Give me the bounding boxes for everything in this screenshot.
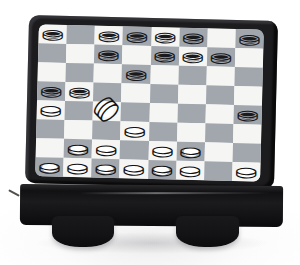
square-r7c7 bbox=[204, 142, 233, 162]
square-r3c4: ⛂ bbox=[122, 64, 151, 84]
square-r4c5 bbox=[149, 84, 178, 104]
square-r8c6: ⛀ bbox=[176, 161, 205, 181]
black-piece: ⛂ bbox=[154, 26, 177, 46]
lego-bottom-tube-right bbox=[176, 216, 239, 247]
square-r4c2: ⛂ bbox=[65, 82, 94, 102]
white-piece: ⛀ bbox=[122, 159, 145, 179]
white-piece: ⛀ bbox=[38, 156, 61, 176]
square-r2c8 bbox=[235, 48, 264, 68]
square-r5c7 bbox=[205, 104, 234, 124]
lego-bottom-tube-left bbox=[52, 216, 114, 247]
white-piece: ⛀ bbox=[66, 157, 89, 177]
black-piece: ⛂ bbox=[126, 26, 149, 46]
square-r4c4 bbox=[121, 83, 150, 103]
square-r2c3: ⛂ bbox=[94, 45, 123, 65]
black-piece: ⛂ bbox=[41, 24, 64, 43]
square-r1c4: ⛂ bbox=[123, 26, 152, 46]
black-piece: ⛂ bbox=[209, 47, 232, 67]
square-r3c5 bbox=[150, 65, 179, 85]
square-r2c5: ⛂ bbox=[150, 46, 179, 66]
square-r2c2 bbox=[66, 44, 95, 64]
lego-tile-top-face: ⛂⛂⛂⛂⛂⛂⛂⛂⛂⛂⛂⛂⛂⛀⛁⛂⛀⛀⛀⛀⛀⛀⛀⛀⛀⛀⛀⛀ bbox=[25, 15, 278, 189]
square-r5c5 bbox=[149, 103, 178, 123]
square-r4c7 bbox=[206, 85, 235, 105]
black-piece: ⛂ bbox=[97, 25, 120, 45]
square-r8c2: ⛀ bbox=[63, 158, 92, 178]
white-piece: ⛀ bbox=[178, 160, 201, 180]
white-piece: ⛀ bbox=[235, 161, 258, 181]
white-piece: ⛀ bbox=[95, 139, 118, 159]
square-r6c1 bbox=[36, 119, 65, 139]
black-piece: ⛂ bbox=[238, 28, 261, 48]
square-r8c1: ⛀ bbox=[35, 157, 64, 177]
photo-artifact-speck bbox=[8, 189, 20, 196]
white-piece: ⛀ bbox=[39, 100, 62, 120]
black-piece: ⛂ bbox=[40, 81, 63, 101]
square-r8c5: ⛀ bbox=[148, 160, 177, 180]
checkerboard-print: ⛂⛂⛂⛂⛂⛂⛂⛂⛂⛂⛂⛂⛂⛀⛁⛂⛀⛀⛀⛀⛀⛀⛀⛀⛀⛀⛀⛀ bbox=[35, 24, 264, 181]
white-piece: ⛀ bbox=[179, 141, 202, 161]
product-photo-scene: ⛂⛂⛂⛂⛂⛂⛂⛂⛂⛂⛂⛂⛂⛀⛁⛂⛀⛀⛀⛀⛀⛀⛀⛀⛀⛀⛀⛀ bbox=[0, 0, 300, 265]
square-r3c6 bbox=[178, 66, 207, 86]
square-r8c8: ⛀ bbox=[232, 162, 261, 182]
square-r2c7: ⛂ bbox=[207, 47, 236, 67]
square-r8c3: ⛀ bbox=[91, 159, 120, 179]
black-piece: ⛂ bbox=[125, 64, 148, 84]
front-edge-highlight bbox=[80, 192, 270, 194]
square-r5c3: ⛁ bbox=[93, 102, 122, 122]
square-r5c6 bbox=[177, 104, 206, 124]
black-piece: ⛂ bbox=[68, 81, 91, 101]
black-piece: ⛂ bbox=[182, 27, 205, 47]
square-r3c3 bbox=[94, 64, 123, 84]
black-piece: ⛂ bbox=[236, 104, 259, 124]
square-r1c1: ⛂ bbox=[38, 24, 67, 44]
square-r6c4: ⛀ bbox=[120, 121, 149, 141]
white-piece: ⛀ bbox=[94, 158, 117, 178]
white-piece: ⛀ bbox=[151, 140, 174, 160]
white-piece: ⛀ bbox=[123, 121, 146, 141]
square-r3c8 bbox=[234, 67, 263, 87]
black-piece: ⛂ bbox=[153, 45, 176, 65]
square-r8c7 bbox=[204, 161, 233, 181]
black-piece: ⛂ bbox=[97, 44, 120, 64]
square-r4c6 bbox=[178, 85, 207, 105]
square-r1c8: ⛂ bbox=[235, 29, 264, 49]
square-r5c1: ⛀ bbox=[37, 100, 66, 120]
white-piece: ⛀ bbox=[66, 138, 89, 158]
square-r6c7 bbox=[205, 123, 234, 143]
black-piece: ⛂ bbox=[181, 46, 204, 66]
square-r3c7 bbox=[206, 66, 235, 86]
white-piece: ⛀ bbox=[150, 159, 173, 179]
square-r2c6: ⛂ bbox=[179, 47, 208, 67]
square-r5c8: ⛂ bbox=[233, 105, 262, 125]
square-r2c1 bbox=[38, 43, 67, 63]
square-r1c2 bbox=[67, 25, 96, 45]
square-r6c8 bbox=[233, 124, 262, 144]
square-r8c4: ⛀ bbox=[120, 159, 149, 179]
